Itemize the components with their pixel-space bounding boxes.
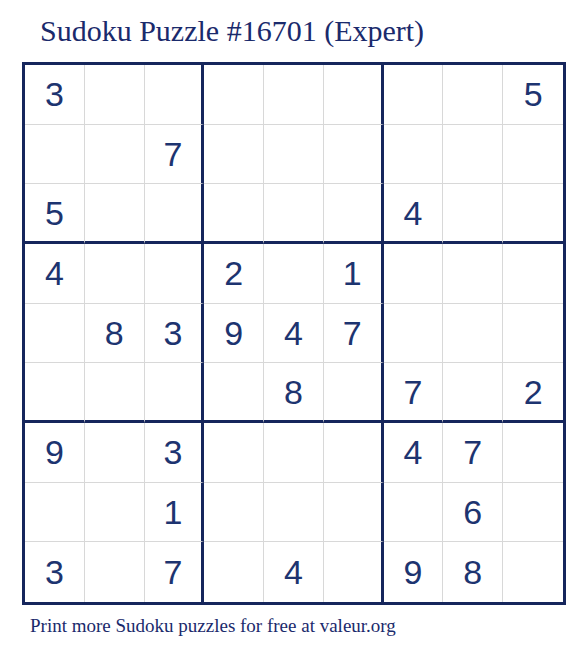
cell-r6c1-empty (25, 363, 85, 423)
cell-r3c5-empty (264, 184, 324, 244)
cell-r6c9-given-2: 2 (503, 363, 563, 423)
cell-r8c1-empty (25, 483, 85, 543)
cell-r6c7-given-7: 7 (384, 363, 444, 423)
cell-r3c1-given-5: 5 (25, 184, 85, 244)
cell-r2c5-empty (264, 125, 324, 185)
cell-r4c8-empty (443, 244, 503, 304)
cell-r2c2-empty (85, 125, 145, 185)
cell-r1c8-empty (443, 65, 503, 125)
footer-caption: Print more Sudoku puzzles for free at va… (30, 615, 396, 637)
cell-r7c5-empty (264, 423, 324, 483)
cell-r8c6-empty (324, 483, 384, 543)
cell-r5c6-given-7: 7 (324, 304, 384, 364)
sudoku-page: Sudoku Puzzle #16701 (Expert) 3575442183… (0, 0, 580, 651)
cell-r1c1-given-3: 3 (25, 65, 85, 125)
cell-r8c9-empty (503, 483, 563, 543)
cell-r6c8-empty (443, 363, 503, 423)
cell-r4c6-given-1: 1 (324, 244, 384, 304)
cell-r8c7-empty (384, 483, 444, 543)
cell-r4c9-empty (503, 244, 563, 304)
cell-r2c1-empty (25, 125, 85, 185)
page-title: Sudoku Puzzle #16701 (Expert) (40, 14, 424, 48)
sudoku-board: 357544218394787293471637498 (22, 62, 566, 605)
cell-r2c7-empty (384, 125, 444, 185)
cell-r7c8-given-7: 7 (443, 423, 503, 483)
cell-r9c4-empty (204, 542, 264, 602)
cell-r3c3-empty (145, 184, 205, 244)
cell-r7c9-empty (503, 423, 563, 483)
cell-r5c5-given-4: 4 (264, 304, 324, 364)
cell-r4c5-empty (264, 244, 324, 304)
cell-r8c4-empty (204, 483, 264, 543)
cell-r8c5-empty (264, 483, 324, 543)
cell-r9c6-empty (324, 542, 384, 602)
cell-r5c8-empty (443, 304, 503, 364)
cell-r9c2-empty (85, 542, 145, 602)
cell-r9c9-given-undefined (503, 542, 563, 602)
cell-r9c8-given-8: 8 (443, 542, 503, 602)
cell-r1c9-given-5: 5 (503, 65, 563, 125)
cell-r1c3-empty (145, 65, 205, 125)
cell-r1c5-empty (264, 65, 324, 125)
cell-r4c1-given-4: 4 (25, 244, 85, 304)
cell-r7c6-empty (324, 423, 384, 483)
cell-r9c5-given-4: 4 (264, 542, 324, 602)
cell-r1c4-empty (204, 65, 264, 125)
cell-r3c8-empty (443, 184, 503, 244)
cell-r4c2-empty (85, 244, 145, 304)
cell-r7c7-given-4: 4 (384, 423, 444, 483)
cell-r7c1-given-9: 9 (25, 423, 85, 483)
cell-r5c2-given-8: 8 (85, 304, 145, 364)
cell-r6c2-empty (85, 363, 145, 423)
cell-r2c8-empty (443, 125, 503, 185)
cell-r7c2-empty (85, 423, 145, 483)
cell-r4c4-given-2: 2 (204, 244, 264, 304)
cell-r6c6-empty (324, 363, 384, 423)
cell-r8c3-given-1: 1 (145, 483, 205, 543)
cell-r5c7-empty (384, 304, 444, 364)
cell-r3c2-empty (85, 184, 145, 244)
cell-r6c3-empty (145, 363, 205, 423)
cell-r1c2-empty (85, 65, 145, 125)
cell-r8c2-empty (85, 483, 145, 543)
cell-r5c9-empty (503, 304, 563, 364)
cell-r3c9-empty (503, 184, 563, 244)
cell-r7c3-given-3: 3 (145, 423, 205, 483)
cell-r4c3-empty (145, 244, 205, 304)
cell-r5c3-given-3: 3 (145, 304, 205, 364)
cell-r2c4-empty (204, 125, 264, 185)
cell-r3c4-empty (204, 184, 264, 244)
cell-r5c4-given-9: 9 (204, 304, 264, 364)
cell-r1c7-empty (384, 65, 444, 125)
cell-r9c7-given-9: 9 (384, 542, 444, 602)
cell-r3c6-empty (324, 184, 384, 244)
cell-r9c1-given-3: 3 (25, 542, 85, 602)
cell-r6c4-empty (204, 363, 264, 423)
cell-r4c7-empty (384, 244, 444, 304)
cell-r2c3-given-7: 7 (145, 125, 205, 185)
cell-r2c9-empty (503, 125, 563, 185)
cell-r5c1-empty (25, 304, 85, 364)
cell-r1c6-empty (324, 65, 384, 125)
cell-r2c6-empty (324, 125, 384, 185)
cell-r6c5-given-8: 8 (264, 363, 324, 423)
cell-r8c8-given-6: 6 (443, 483, 503, 543)
cell-r3c7-given-4: 4 (384, 184, 444, 244)
cell-r9c3-given-7: 7 (145, 542, 205, 602)
cell-r7c4-empty (204, 423, 264, 483)
